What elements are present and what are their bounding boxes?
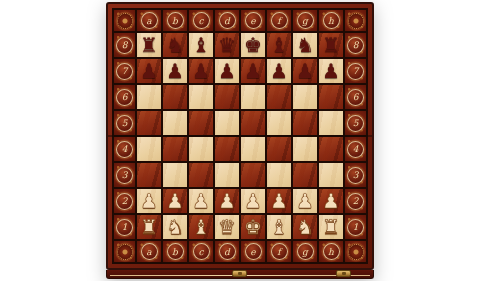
square-d2[interactable]: ♟ (215, 189, 239, 213)
coordinate-medallion: 4 (116, 141, 133, 158)
coordinate-medallion: d (219, 12, 236, 29)
rank-label-5: 5 (114, 111, 135, 135)
piece-white-bishop: ♝ (189, 215, 213, 239)
coordinate-medallion: 1 (347, 219, 364, 236)
rank-label-2: 2 (114, 189, 135, 213)
square-d8[interactable]: ♛ (215, 33, 239, 57)
square-a4[interactable] (137, 137, 161, 161)
rank-label-1: 1 (345, 215, 366, 239)
frame-corner-rosette (345, 241, 366, 262)
coordinate-medallion: 3 (116, 167, 133, 184)
piece-black-king: ♚ (241, 33, 265, 57)
coordinate-medallion: 8 (116, 37, 133, 54)
square-b4[interactable] (163, 137, 187, 161)
piece-white-pawn: ♟ (319, 189, 343, 213)
piece-black-bishop: ♝ (189, 33, 213, 57)
square-e7[interactable]: ♟ (241, 59, 265, 83)
square-f6[interactable] (267, 85, 291, 109)
coordinate-medallion: 5 (116, 115, 133, 132)
square-g1[interactable]: ♞ (293, 215, 317, 239)
rank-label-2: 2 (345, 189, 366, 213)
square-a6[interactable] (137, 85, 161, 109)
square-d6[interactable] (215, 85, 239, 109)
square-e4[interactable] (241, 137, 265, 161)
square-a2[interactable]: ♟ (137, 189, 161, 213)
square-h1[interactable]: ♜ (319, 215, 343, 239)
piece-white-rook: ♜ (137, 215, 161, 239)
rank-label-6: 6 (114, 85, 135, 109)
square-c6[interactable] (189, 85, 213, 109)
square-f2[interactable]: ♟ (267, 189, 291, 213)
piece-white-pawn: ♟ (137, 189, 161, 213)
brass-latch-icon (336, 270, 351, 277)
frame-corner-rosette (114, 241, 135, 262)
file-label-g: g (293, 241, 317, 262)
piece-black-rook: ♜ (319, 33, 343, 57)
coordinate-medallion: 6 (347, 89, 364, 106)
coordinate-medallion: 6 (116, 89, 133, 106)
square-a5[interactable] (137, 111, 161, 135)
coordinate-medallion: f (271, 12, 288, 29)
rank-label-4: 4 (345, 137, 366, 161)
rank-label-7: 7 (114, 59, 135, 83)
brass-latch-icon (232, 270, 247, 277)
piece-white-queen: ♛ (215, 215, 239, 239)
piece-black-pawn: ♟ (163, 59, 187, 83)
piece-white-bishop: ♝ (267, 215, 291, 239)
square-f3[interactable] (267, 163, 291, 187)
coordinate-medallion: c (193, 12, 210, 29)
file-label-e: e (241, 241, 265, 262)
file-label-f: f (267, 10, 291, 31)
rank-label-1: 1 (114, 215, 135, 239)
square-f4[interactable] (267, 137, 291, 161)
board-frame: abcdefgh8♜♞♝♛♚♝♞♜87♟♟♟♟♟♟♟♟7665544332♟♟♟… (106, 2, 374, 270)
square-b3[interactable] (163, 163, 187, 187)
square-c2[interactable]: ♟ (189, 189, 213, 213)
square-e8[interactable]: ♚ (241, 33, 265, 57)
square-a1[interactable]: ♜ (137, 215, 161, 239)
square-c5[interactable] (189, 111, 213, 135)
square-e2[interactable]: ♟ (241, 189, 265, 213)
piece-white-pawn: ♟ (215, 189, 239, 213)
square-e3[interactable] (241, 163, 265, 187)
square-d5[interactable] (215, 111, 239, 135)
piece-black-knight: ♞ (163, 33, 187, 57)
coordinate-medallion: g (297, 12, 314, 29)
piece-black-rook: ♜ (137, 33, 161, 57)
square-b1[interactable]: ♞ (163, 215, 187, 239)
square-b8[interactable]: ♞ (163, 33, 187, 57)
piece-black-pawn: ♟ (319, 59, 343, 83)
file-label-d: d (215, 241, 239, 262)
coordinate-medallion: 5 (347, 115, 364, 132)
piece-black-pawn: ♟ (137, 59, 161, 83)
coordinate-medallion: b (167, 243, 184, 260)
piece-black-pawn: ♟ (267, 59, 291, 83)
square-g7[interactable]: ♟ (293, 59, 317, 83)
rank-label-4: 4 (114, 137, 135, 161)
square-h7[interactable]: ♟ (319, 59, 343, 83)
square-b7[interactable]: ♟ (163, 59, 187, 83)
piece-black-pawn: ♟ (189, 59, 213, 83)
rank-label-8: 8 (114, 33, 135, 57)
file-label-b: b (163, 241, 187, 262)
file-label-g: g (293, 10, 317, 31)
coordinate-medallion: 7 (116, 63, 133, 80)
rank-label-5: 5 (345, 111, 366, 135)
coordinate-medallion: d (219, 243, 236, 260)
square-c8[interactable]: ♝ (189, 33, 213, 57)
rank-label-6: 6 (345, 85, 366, 109)
square-e6[interactable] (241, 85, 265, 109)
square-h6[interactable] (319, 85, 343, 109)
coordinate-medallion: b (167, 12, 184, 29)
square-g4[interactable] (293, 137, 317, 161)
rosette-ornament-icon (348, 13, 364, 29)
piece-black-queen: ♛ (215, 33, 239, 57)
square-g8[interactable]: ♞ (293, 33, 317, 57)
coordinate-medallion: h (323, 243, 340, 260)
rank-label-7: 7 (345, 59, 366, 83)
square-a3[interactable] (137, 163, 161, 187)
rank-label-8: 8 (345, 33, 366, 57)
square-c4[interactable] (189, 137, 213, 161)
file-label-b: b (163, 10, 187, 31)
square-b5[interactable] (163, 111, 187, 135)
piece-white-king: ♚ (241, 215, 265, 239)
file-label-f: f (267, 241, 291, 262)
coordinate-medallion: a (141, 243, 158, 260)
square-e1[interactable]: ♚ (241, 215, 265, 239)
piece-white-pawn: ♟ (293, 189, 317, 213)
square-f5[interactable] (267, 111, 291, 135)
file-label-e: e (241, 10, 265, 31)
coordinate-medallion: 4 (347, 141, 364, 158)
coordinate-medallion: c (193, 243, 210, 260)
square-b6[interactable] (163, 85, 187, 109)
square-d7[interactable]: ♟ (215, 59, 239, 83)
piece-white-pawn: ♟ (267, 189, 291, 213)
square-c7[interactable]: ♟ (189, 59, 213, 83)
file-label-a: a (137, 10, 161, 31)
square-f1[interactable]: ♝ (267, 215, 291, 239)
coordinate-medallion: a (141, 12, 158, 29)
frame-corner-rosette (345, 10, 366, 31)
square-d3[interactable] (215, 163, 239, 187)
rosette-ornament-icon (117, 13, 133, 29)
piece-black-pawn: ♟ (293, 59, 317, 83)
rosette-ornament-icon (117, 244, 133, 260)
square-a8[interactable]: ♜ (137, 33, 161, 57)
coordinate-medallion: e (245, 12, 262, 29)
piece-white-knight: ♞ (163, 215, 187, 239)
coordinate-medallion: f (271, 243, 288, 260)
square-d1[interactable]: ♛ (215, 215, 239, 239)
square-h2[interactable]: ♟ (319, 189, 343, 213)
file-label-d: d (215, 10, 239, 31)
rank-label-3: 3 (114, 163, 135, 187)
file-label-h: h (319, 10, 343, 31)
square-h5[interactable] (319, 111, 343, 135)
rank-label-3: 3 (345, 163, 366, 187)
file-label-c: c (189, 10, 213, 31)
piece-white-pawn: ♟ (189, 189, 213, 213)
coordinate-medallion: 2 (116, 193, 133, 210)
coordinate-medallion: 3 (347, 167, 364, 184)
piece-black-knight: ♞ (293, 33, 317, 57)
coordinate-medallion: e (245, 243, 262, 260)
board-front-edge (106, 270, 374, 279)
chess-set: abcdefgh8♜♞♝♛♚♝♞♜87♟♟♟♟♟♟♟♟7665544332♟♟♟… (106, 2, 374, 279)
coordinate-medallion: 8 (347, 37, 364, 54)
coordinate-medallion: h (323, 12, 340, 29)
piece-white-pawn: ♟ (241, 189, 265, 213)
square-g2[interactable]: ♟ (293, 189, 317, 213)
coordinate-medallion: g (297, 243, 314, 260)
square-a7[interactable]: ♟ (137, 59, 161, 83)
square-h8[interactable]: ♜ (319, 33, 343, 57)
file-label-a: a (137, 241, 161, 262)
file-label-c: c (189, 241, 213, 262)
square-f7[interactable]: ♟ (267, 59, 291, 83)
piece-black-pawn: ♟ (215, 59, 239, 83)
piece-black-bishop: ♝ (267, 33, 291, 57)
board-grid: abcdefgh8♜♞♝♛♚♝♞♜87♟♟♟♟♟♟♟♟7665544332♟♟♟… (112, 8, 368, 264)
piece-white-knight: ♞ (293, 215, 317, 239)
coordinate-medallion: 2 (347, 193, 364, 210)
square-f8[interactable]: ♝ (267, 33, 291, 57)
square-g6[interactable] (293, 85, 317, 109)
square-d4[interactable] (215, 137, 239, 161)
rosette-ornament-icon (348, 244, 364, 260)
piece-black-pawn: ♟ (241, 59, 265, 83)
frame-corner-rosette (114, 10, 135, 31)
piece-white-rook: ♜ (319, 215, 343, 239)
square-b2[interactable]: ♟ (163, 189, 187, 213)
photo-background: abcdefgh8♜♞♝♛♚♝♞♜87♟♟♟♟♟♟♟♟7665544332♟♟♟… (0, 0, 480, 281)
square-h3[interactable] (319, 163, 343, 187)
coordinate-medallion: 1 (116, 219, 133, 236)
coordinate-medallion: 7 (347, 63, 364, 80)
square-e5[interactable] (241, 111, 265, 135)
square-c3[interactable] (189, 163, 213, 187)
square-h4[interactable] (319, 137, 343, 161)
file-label-h: h (319, 241, 343, 262)
square-g5[interactable] (293, 111, 317, 135)
piece-white-pawn: ♟ (163, 189, 187, 213)
square-g3[interactable] (293, 163, 317, 187)
square-c1[interactable]: ♝ (189, 215, 213, 239)
